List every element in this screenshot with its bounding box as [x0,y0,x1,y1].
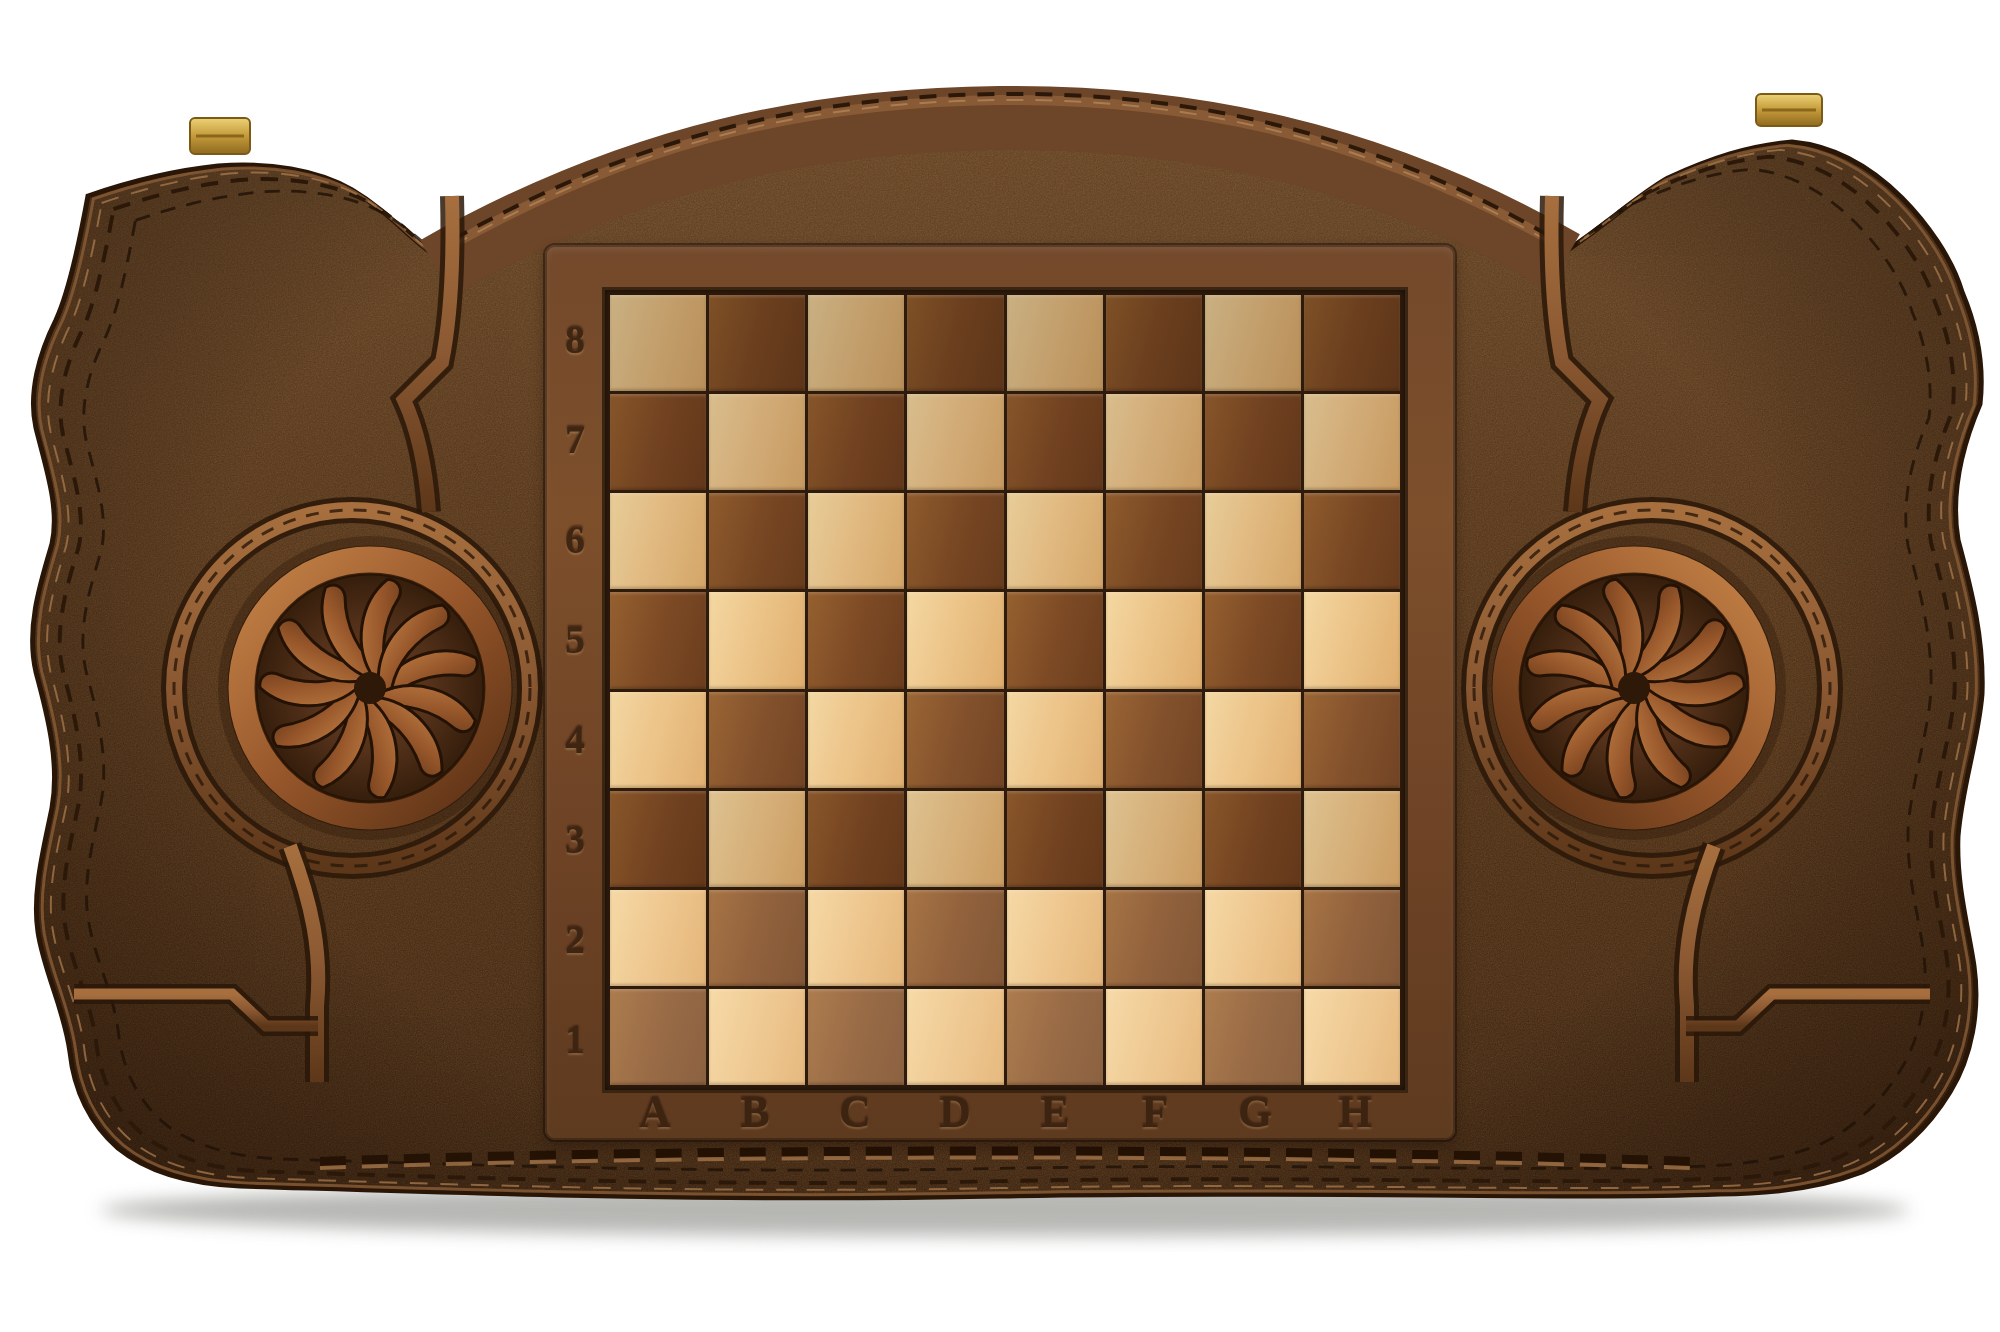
file-label-c: C [805,1090,905,1140]
right-hinge-icon [1756,94,1822,126]
square-b8 [709,295,805,391]
square-f5 [1106,592,1202,688]
square-g4 [1205,692,1301,788]
rank-label-5: 5 [545,590,605,690]
square-b5 [709,592,805,688]
square-h2 [1304,890,1400,986]
rank-label-6: 6 [545,490,605,590]
square-e1 [1007,989,1103,1085]
square-h6 [1304,493,1400,589]
square-d1 [907,989,1003,1085]
square-g2 [1205,890,1301,986]
square-e4 [1007,692,1103,788]
square-c3 [808,791,904,887]
square-h5 [1304,592,1400,688]
square-e8 [1007,295,1103,391]
file-label-f: F [1105,1090,1205,1140]
square-a6 [610,493,706,589]
square-d6 [907,493,1003,589]
square-a8 [610,295,706,391]
rank-label-8: 8 [545,290,605,390]
file-label-e: E [1005,1090,1105,1140]
file-labels: ABCDEFGH [605,1090,1405,1140]
square-a4 [610,692,706,788]
square-g5 [1205,592,1301,688]
square-e5 [1007,592,1103,688]
square-d3 [907,791,1003,887]
rank-label-2: 2 [545,890,605,990]
square-c5 [808,592,904,688]
left-hinge-icon [190,118,250,154]
square-e2 [1007,890,1103,986]
square-a3 [610,791,706,887]
square-d5 [907,592,1003,688]
square-c2 [808,890,904,986]
board-case-photo: 87654321 ABCDEFGH [0,0,2000,1332]
board-grid [605,290,1405,1090]
square-b7 [709,394,805,490]
square-a7 [610,394,706,490]
square-b3 [709,791,805,887]
square-b2 [709,890,805,986]
square-e7 [1007,394,1103,490]
square-c6 [808,493,904,589]
square-h7 [1304,394,1400,490]
rank-label-4: 4 [545,690,605,790]
square-a1 [610,989,706,1085]
square-c8 [808,295,904,391]
file-label-a: A [605,1090,705,1140]
square-h3 [1304,791,1400,887]
square-f1 [1106,989,1202,1085]
square-g7 [1205,394,1301,490]
file-label-b: B [705,1090,805,1140]
square-f4 [1106,692,1202,788]
square-h4 [1304,692,1400,788]
square-d8 [907,295,1003,391]
rank-labels: 87654321 [545,290,605,1090]
square-b6 [709,493,805,589]
file-label-g: G [1205,1090,1305,1140]
file-label-d: D [905,1090,1005,1140]
square-f3 [1106,791,1202,887]
square-c4 [808,692,904,788]
square-g8 [1205,295,1301,391]
square-e3 [1007,791,1103,887]
square-g1 [1205,989,1301,1085]
square-b1 [709,989,805,1085]
square-e6 [1007,493,1103,589]
square-d7 [907,394,1003,490]
square-f8 [1106,295,1202,391]
square-a5 [610,592,706,688]
square-d4 [907,692,1003,788]
square-f7 [1106,394,1202,490]
square-b4 [709,692,805,788]
square-a2 [610,890,706,986]
square-h1 [1304,989,1400,1085]
rank-label-3: 3 [545,790,605,890]
square-f2 [1106,890,1202,986]
square-d2 [907,890,1003,986]
file-label-h: H [1305,1090,1405,1140]
square-c7 [808,394,904,490]
rank-label-1: 1 [545,990,605,1090]
chess-board: 87654321 ABCDEFGH [545,245,1455,1140]
square-c1 [808,989,904,1085]
square-h8 [1304,295,1400,391]
square-g3 [1205,791,1301,887]
square-g6 [1205,493,1301,589]
square-f6 [1106,493,1202,589]
rank-label-7: 7 [545,390,605,490]
